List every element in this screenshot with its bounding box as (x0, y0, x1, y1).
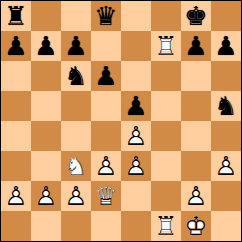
square-h5[interactable]: ♞ (211, 91, 241, 121)
square-a5[interactable] (1, 91, 31, 121)
white-pawn-fill-icon: ♟ (181, 181, 211, 211)
black-pawn-icon: ♟ (61, 31, 91, 61)
square-f8[interactable] (151, 1, 181, 31)
square-c3[interactable]: ♞♘ (61, 151, 91, 181)
white-rook-icon: ♖ (151, 211, 181, 241)
square-h4[interactable] (211, 121, 241, 151)
square-g8[interactable]: ♚ (181, 1, 211, 31)
white-pawn-icon: ♙ (121, 151, 151, 181)
piece-white-knight[interactable]: ♞♘ (61, 151, 91, 181)
square-g1[interactable]: ♚♔ (181, 211, 211, 241)
square-b4[interactable] (31, 121, 61, 151)
piece-white-pawn[interactable]: ♟♙ (121, 151, 151, 181)
square-h2[interactable] (211, 181, 241, 211)
white-pawn-icon: ♙ (1, 181, 31, 211)
black-pawn-icon: ♟ (1, 31, 31, 61)
black-knight-icon: ♞ (211, 91, 241, 121)
piece-white-rook[interactable]: ♜♖ (151, 211, 181, 241)
square-f4[interactable] (151, 121, 181, 151)
white-pawn-icon: ♙ (61, 181, 91, 211)
square-c5[interactable] (61, 91, 91, 121)
piece-black-knight[interactable]: ♞ (61, 61, 91, 91)
piece-black-pawn[interactable]: ♟ (61, 31, 91, 61)
square-d8[interactable]: ♛ (91, 1, 121, 31)
square-g6[interactable] (181, 61, 211, 91)
white-queen-fill-icon: ♛ (91, 181, 121, 211)
square-b5[interactable] (31, 91, 61, 121)
black-pawn-icon: ♟ (91, 61, 121, 91)
white-queen-icon: ♕ (91, 181, 121, 211)
board-grid: ♜♛♚♟♟♟♜♖♟♟♞♟♟♞♟♙♞♘♟♙♟♙♟♙♟♙♟♙♟♙♛♕♟♙♜♖♚♔ (0, 0, 242, 242)
square-g4[interactable] (181, 121, 211, 151)
piece-black-pawn[interactable]: ♟ (91, 61, 121, 91)
square-a8[interactable]: ♜ (1, 1, 31, 31)
white-knight-fill-icon: ♞ (61, 151, 91, 181)
square-f6[interactable] (151, 61, 181, 91)
square-h6[interactable] (211, 61, 241, 91)
white-pawn-fill-icon: ♟ (61, 181, 91, 211)
piece-white-pawn[interactable]: ♟♙ (61, 181, 91, 211)
square-a2[interactable]: ♟♙ (1, 181, 31, 211)
white-rook-fill-icon: ♜ (151, 211, 181, 241)
square-e8[interactable] (121, 1, 151, 31)
square-c6[interactable]: ♞ (61, 61, 91, 91)
square-c1[interactable] (61, 211, 91, 241)
piece-white-pawn[interactable]: ♟♙ (121, 121, 151, 151)
white-king-fill-icon: ♚ (181, 211, 211, 241)
square-h8[interactable] (211, 1, 241, 31)
square-b6[interactable] (31, 61, 61, 91)
square-f3[interactable] (151, 151, 181, 181)
square-f1[interactable]: ♜♖ (151, 211, 181, 241)
piece-black-queen[interactable]: ♛ (91, 1, 121, 31)
square-c8[interactable] (61, 1, 91, 31)
square-h1[interactable] (211, 211, 241, 241)
square-f5[interactable] (151, 91, 181, 121)
piece-black-pawn[interactable]: ♟ (211, 31, 241, 61)
square-b7[interactable]: ♟ (31, 31, 61, 61)
square-d2[interactable]: ♛♕ (91, 181, 121, 211)
square-e7[interactable] (121, 31, 151, 61)
square-d3[interactable]: ♟♙ (91, 151, 121, 181)
white-rook-icon: ♖ (151, 31, 181, 61)
chess-board: ♜♛♚♟♟♟♜♖♟♟♞♟♟♞♟♙♞♘♟♙♟♙♟♙♟♙♟♙♟♙♛♕♟♙♜♖♚♔ (0, 0, 242, 242)
piece-black-knight[interactable]: ♞ (211, 91, 241, 121)
white-pawn-fill-icon: ♟ (121, 121, 151, 151)
square-e4[interactable]: ♟♙ (121, 121, 151, 151)
piece-black-king[interactable]: ♚ (181, 1, 211, 31)
square-h3[interactable]: ♟♙ (211, 151, 241, 181)
square-a1[interactable] (1, 211, 31, 241)
square-c7[interactable]: ♟ (61, 31, 91, 61)
piece-black-pawn[interactable]: ♟ (31, 31, 61, 61)
piece-white-pawn[interactable]: ♟♙ (211, 151, 241, 181)
square-g2[interactable]: ♟♙ (181, 181, 211, 211)
piece-white-pawn[interactable]: ♟♙ (31, 181, 61, 211)
black-pawn-icon: ♟ (181, 31, 211, 61)
white-pawn-fill-icon: ♟ (1, 181, 31, 211)
piece-white-pawn[interactable]: ♟♙ (181, 181, 211, 211)
square-h7[interactable]: ♟ (211, 31, 241, 61)
black-rook-icon: ♜ (1, 1, 31, 31)
piece-white-rook[interactable]: ♜♖ (151, 31, 181, 61)
white-knight-icon: ♘ (61, 151, 91, 181)
square-f2[interactable] (151, 181, 181, 211)
square-d7[interactable] (91, 31, 121, 61)
black-pawn-icon: ♟ (31, 31, 61, 61)
white-rook-fill-icon: ♜ (151, 31, 181, 61)
piece-black-pawn[interactable]: ♟ (1, 31, 31, 61)
piece-black-pawn[interactable]: ♟ (121, 91, 151, 121)
square-a4[interactable] (1, 121, 31, 151)
square-b8[interactable] (31, 1, 61, 31)
square-g3[interactable] (181, 151, 211, 181)
piece-white-queen[interactable]: ♛♕ (91, 181, 121, 211)
square-a7[interactable]: ♟ (1, 31, 31, 61)
square-d5[interactable] (91, 91, 121, 121)
black-pawn-icon: ♟ (211, 31, 241, 61)
square-a6[interactable] (1, 61, 31, 91)
square-d4[interactable] (91, 121, 121, 151)
black-knight-icon: ♞ (61, 61, 91, 91)
piece-white-pawn[interactable]: ♟♙ (1, 181, 31, 211)
square-f7[interactable]: ♜♖ (151, 31, 181, 61)
square-c4[interactable] (61, 121, 91, 151)
square-b2[interactable]: ♟♙ (31, 181, 61, 211)
white-pawn-icon: ♙ (211, 151, 241, 181)
white-pawn-icon: ♙ (91, 151, 121, 181)
square-b3[interactable] (31, 151, 61, 181)
piece-black-rook[interactable]: ♜ (1, 1, 31, 31)
square-e1[interactable] (121, 211, 151, 241)
black-king-icon: ♚ (181, 1, 211, 31)
square-g7[interactable]: ♟ (181, 31, 211, 61)
square-e6[interactable] (121, 61, 151, 91)
black-pawn-icon: ♟ (121, 91, 151, 121)
square-g5[interactable] (181, 91, 211, 121)
white-pawn-fill-icon: ♟ (91, 151, 121, 181)
square-e2[interactable] (121, 181, 151, 211)
white-pawn-fill-icon: ♟ (31, 181, 61, 211)
square-a3[interactable] (1, 151, 31, 181)
square-c2[interactable]: ♟♙ (61, 181, 91, 211)
piece-white-king[interactable]: ♚♔ (181, 211, 211, 241)
square-d1[interactable] (91, 211, 121, 241)
white-pawn-fill-icon: ♟ (121, 151, 151, 181)
white-pawn-icon: ♙ (31, 181, 61, 211)
white-pawn-icon: ♙ (121, 121, 151, 151)
white-pawn-fill-icon: ♟ (211, 151, 241, 181)
square-e5[interactable]: ♟ (121, 91, 151, 121)
white-king-icon: ♔ (181, 211, 211, 241)
square-e3[interactable]: ♟♙ (121, 151, 151, 181)
square-d6[interactable]: ♟ (91, 61, 121, 91)
black-queen-icon: ♛ (91, 1, 121, 31)
piece-white-pawn[interactable]: ♟♙ (91, 151, 121, 181)
white-pawn-icon: ♙ (181, 181, 211, 211)
piece-black-pawn[interactable]: ♟ (181, 31, 211, 61)
square-b1[interactable] (31, 211, 61, 241)
